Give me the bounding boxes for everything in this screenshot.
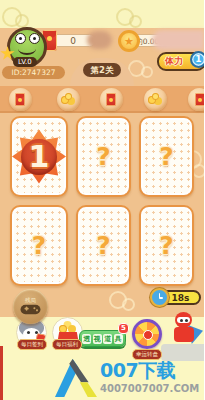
card-5-hidden[interactable]: ? [76, 205, 131, 286]
reward-bubble-envelope[interactable] [188, 88, 204, 111]
gold-ingots-icon [59, 325, 67, 333]
edge-strip [0, 346, 3, 400]
timer: 18s [150, 288, 203, 308]
frog-mouth [18, 43, 36, 55]
prop-char: 透 [82, 334, 91, 344]
reward-bubble-coins[interactable] [144, 88, 167, 111]
gold-coins-icon [61, 94, 76, 105]
reward-bubble-envelope[interactable] [9, 88, 32, 111]
watermark-title: 007下载 [100, 358, 175, 384]
stage-label: 第2关 [83, 63, 121, 77]
question-mark: ? [32, 231, 47, 260]
lucky-wheel-icon[interactable] [132, 319, 162, 349]
frog-eye [29, 33, 40, 44]
daily-checkin-label[interactable]: 每日签到 [17, 339, 47, 350]
gold-coin-icon[interactable]: ★ [118, 30, 140, 52]
game-screen: LV.0 0 约0.00元 ★ 体力 1 ID:2747327 第2关 1 ? … [0, 0, 204, 400]
watermark-triangle-logo [55, 359, 97, 397]
card-6-hidden[interactable]: ? [139, 205, 194, 286]
husky-eyes [27, 331, 30, 334]
hero-goggles [177, 317, 190, 323]
question-mark: ? [96, 142, 111, 171]
watermark-subtitle: 4007007007.COM [100, 383, 199, 394]
stamina-pill: 体力 1 [157, 52, 204, 71]
prop-count-badge: 5 [118, 323, 129, 334]
bubble-decoration [141, 66, 153, 78]
clock-icon [150, 288, 169, 307]
card-4-hidden[interactable]: ? [10, 205, 68, 286]
player-id: ID:2747327 [2, 66, 65, 79]
question-mark: ? [96, 231, 111, 260]
card-1-revealed[interactable]: 1 [10, 116, 68, 197]
card-3-hidden[interactable]: ? [139, 116, 194, 197]
level-badge: LV.0 [13, 57, 37, 67]
gamepad-icon [20, 303, 41, 316]
status-strip [0, 0, 204, 28]
red-envelope-icon [195, 93, 205, 106]
hero-body [174, 327, 194, 342]
blurred-area [152, 30, 204, 50]
red-envelope-icon [106, 93, 116, 106]
daily-bonus-label[interactable]: 每日福利 [52, 339, 82, 350]
stamina-label: 体力 [165, 55, 183, 68]
lucky-wheel-label[interactable]: 幸运转盘 [132, 349, 162, 360]
question-mark: ? [159, 142, 174, 171]
blurred-area [87, 31, 112, 49]
prop-char: 视 [93, 334, 102, 344]
stamina-count: 1 [190, 51, 204, 68]
endgame-button[interactable]: 残局 [13, 289, 48, 324]
prop-char: 道 [103, 334, 112, 344]
reward-bubble-coins[interactable] [57, 88, 80, 111]
prop-char: 具 [114, 334, 123, 344]
medal-number: 1 [29, 139, 50, 174]
gold-coins-icon [148, 94, 163, 105]
reward-bubble-envelope[interactable] [100, 88, 123, 111]
card-2-hidden[interactable]: ? [76, 116, 131, 197]
red-envelope-icon [15, 93, 25, 106]
level-1-medal: 1 [12, 130, 66, 184]
bubble-decoration [109, 291, 127, 309]
question-mark: ? [159, 231, 174, 260]
bubble-decoration [122, 298, 135, 311]
card-grid: 1 ? ? ? ? ? [10, 116, 194, 286]
